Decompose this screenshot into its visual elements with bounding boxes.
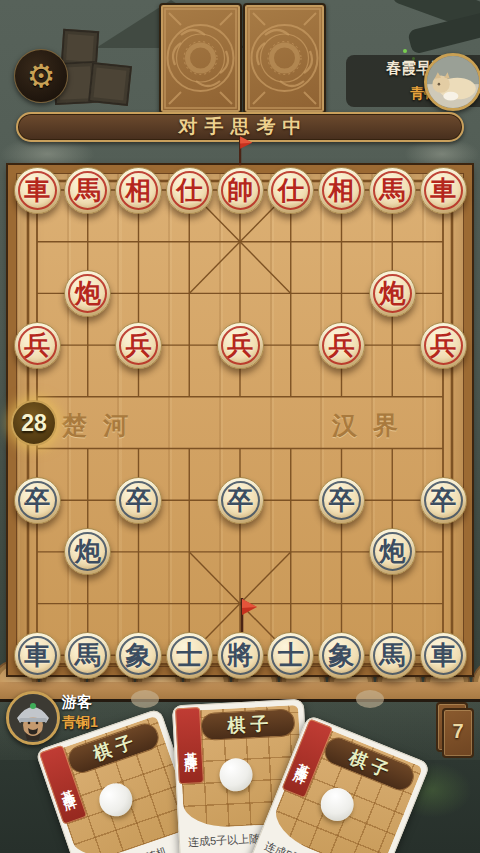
piece-glyph: 仕 [268,168,313,213]
piece-glyph: 象 [319,633,364,678]
piece-glyph: 卒 [116,478,161,523]
card-type-label: 基本牌 [53,777,73,791]
piece-red-r3c2[interactable]: 兵 [115,322,162,369]
piece-red-r0c5[interactable]: 仕 [267,167,314,214]
player-name: 游客 [62,693,92,712]
piece-glyph: 馬 [370,168,415,213]
piece-black-r7c7[interactable]: 炮 [369,528,416,575]
piece-glyph: 士 [268,633,313,678]
piece-red-r3c4[interactable]: 兵 [217,322,264,369]
piece-black-r9c2[interactable]: 象 [115,632,162,679]
piece-black-r6c6[interactable]: 卒 [318,477,365,524]
opponent-avatar[interactable] [424,53,480,111]
piece-glyph: 馬 [370,633,415,678]
piece-black-r6c0[interactable]: 卒 [14,477,61,524]
piece-red-r2c7[interactable]: 炮 [369,270,416,317]
piece-glyph: 相 [319,168,364,213]
card-title-pill: 棋子 [200,708,295,741]
piece-black-r9c5[interactable]: 士 [267,632,314,679]
piece-black-r6c8[interactable]: 卒 [420,477,467,524]
player-avatar[interactable] [6,691,60,745]
railing-knob [131,690,159,708]
piece-glyph: 卒 [421,478,466,523]
piece-glyph: 兵 [218,323,263,368]
piece-glyph: 卒 [218,478,263,523]
card-title: 棋子 [222,711,274,738]
piece-red-r0c4[interactable]: 帥 [217,167,264,214]
piece-glyph: 車 [15,633,60,678]
piece-black-r6c2[interactable]: 卒 [115,477,162,524]
piece-red-r0c7[interactable]: 馬 [369,167,416,214]
move-timer-badge: 28 [11,400,57,446]
game-screen: ⚙ 春霞早退 青铜1 对手思考中 楚河 汉界 車馬相仕 [0,0,480,853]
opponent-card-back-1 [159,3,242,114]
card-type-label: 基本牌 [297,751,317,766]
piece-black-r9c7[interactable]: 馬 [369,632,416,679]
piece-red-r0c0[interactable]: 車 [14,167,61,214]
red-flag-bottom [231,596,259,634]
draw-deck[interactable]: 7 [436,702,476,760]
move-timer-value: 28 [21,410,47,437]
piece-glyph: 炮 [65,529,110,574]
piece-glyph: 象 [116,633,161,678]
piece-black-r9c8[interactable]: 車 [420,632,467,679]
piece-glyph: 車 [421,633,466,678]
piece-black-r9c0[interactable]: 車 [14,632,61,679]
piece-red-r2c1[interactable]: 炮 [64,270,111,317]
firefly-dot [403,49,407,53]
piece-glyph: 仕 [167,168,212,213]
piece-red-r3c0[interactable]: 兵 [14,322,61,369]
piece-glyph: 卒 [15,478,60,523]
piece-red-r0c1[interactable]: 馬 [64,167,111,214]
piece-red-r0c8[interactable]: 車 [420,167,467,214]
piece-red-r3c8[interactable]: 兵 [420,322,467,369]
deck-count: 7 [442,720,474,743]
piece-black-r7c1[interactable]: 炮 [64,528,111,575]
piece-black-r9c6[interactable]: 象 [318,632,365,679]
river-label-left: 楚河 [62,409,144,442]
piece-glyph: 士 [167,633,212,678]
river-label-right: 汉界 [332,409,414,442]
piece-glyph: 炮 [370,271,415,316]
piece-glyph: 車 [421,168,466,213]
piece-red-r0c6[interactable]: 相 [318,167,365,214]
crate [88,62,132,106]
piece-glyph: 將 [218,633,263,678]
piece-glyph: 兵 [116,323,161,368]
piece-black-r6c4[interactable]: 卒 [217,477,264,524]
piece-black-r9c3[interactable]: 士 [166,632,213,679]
piece-glyph: 馬 [65,168,110,213]
piece-red-r0c3[interactable]: 仕 [166,167,213,214]
piece-glyph: 兵 [421,323,466,368]
player-rank-badge: 青铜1 [62,714,98,732]
card-type-label: 基本牌 [180,741,198,751]
settings-button[interactable]: ⚙ [14,49,68,103]
railing-knob [356,690,384,708]
piece-glyph: 炮 [370,529,415,574]
piece-glyph: 馬 [65,633,110,678]
piece-black-r9c4[interactable]: 將 [217,632,264,679]
red-flag-top [228,134,254,167]
piece-red-r0c2[interactable]: 相 [115,167,162,214]
piece-glyph: 兵 [319,323,364,368]
piece-glyph: 卒 [319,478,364,523]
card-type-ribbon: 基本牌 [175,707,204,784]
piece-glyph: 帥 [218,168,263,213]
piece-glyph: 車 [15,168,60,213]
opponent-card-back-2 [243,3,326,114]
piece-glyph: 炮 [65,271,110,316]
piece-glyph: 兵 [15,323,60,368]
piece-red-r3c6[interactable]: 兵 [318,322,365,369]
piece-glyph: 相 [116,168,161,213]
piece-black-r9c1[interactable]: 馬 [64,632,111,679]
gear-icon: ⚙ [27,60,56,92]
